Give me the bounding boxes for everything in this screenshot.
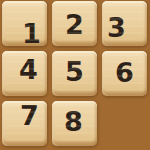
tile-number: 2 (65, 11, 84, 38)
tile-number: 7 (20, 102, 39, 129)
tile-8[interactable]: 8 (52, 101, 97, 146)
puzzle-screen: 1 2 3 4 5 6 7 8 (0, 0, 150, 150)
tile-2[interactable]: 2 (52, 1, 97, 46)
tile-5[interactable]: 5 (52, 51, 97, 96)
tile-number: 4 (19, 56, 38, 83)
puzzle-board: 1 2 3 4 5 6 7 8 (2, 1, 147, 146)
tile-number: 8 (64, 108, 83, 135)
tile-number: 6 (115, 59, 134, 86)
tile-1[interactable]: 1 (2, 1, 47, 46)
empty-cell (102, 101, 147, 146)
tile-3[interactable]: 3 (102, 1, 147, 46)
tile-number: 3 (107, 14, 126, 41)
tile-number: 5 (65, 58, 84, 85)
tile-7[interactable]: 7 (2, 101, 47, 146)
tile-6[interactable]: 6 (102, 51, 147, 96)
tile-number: 1 (22, 20, 41, 47)
tile-4[interactable]: 4 (2, 51, 47, 96)
